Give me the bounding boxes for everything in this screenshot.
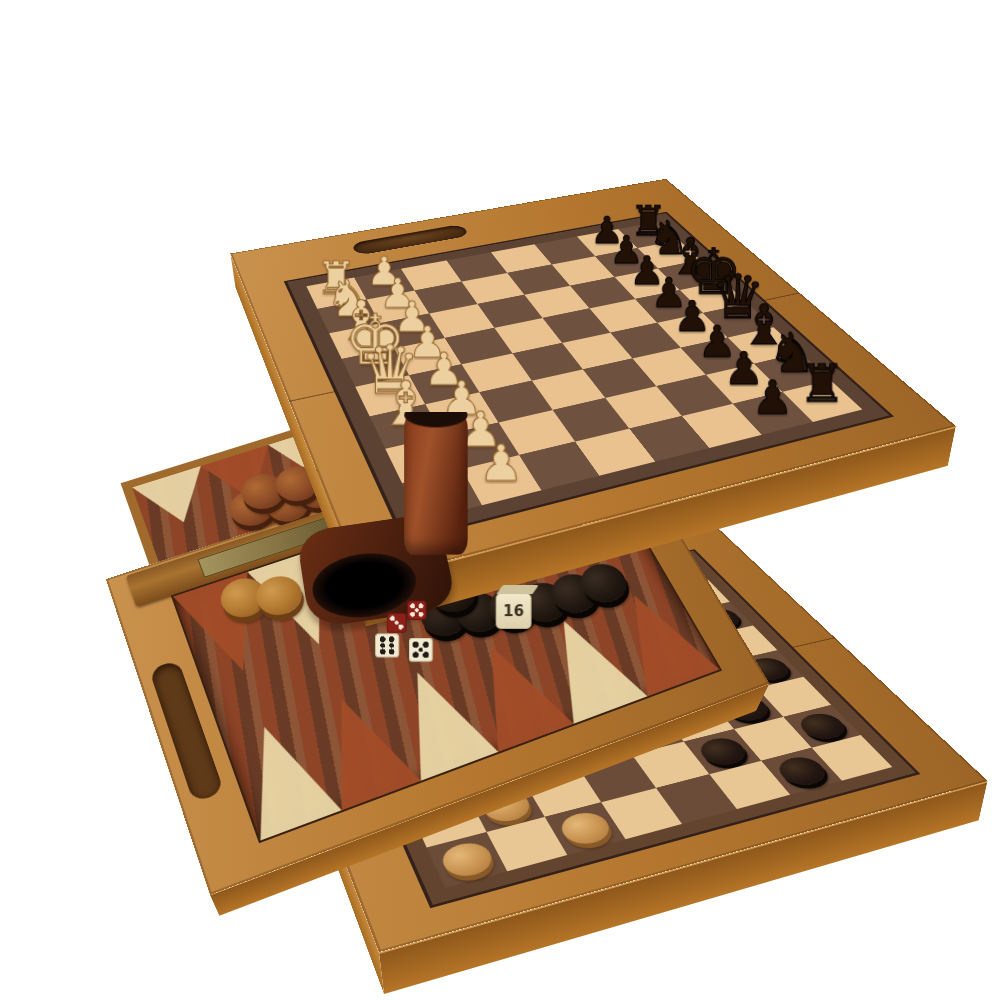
dark-checker-piece — [793, 710, 851, 742]
product-photo-stage: ♜♟♟♜♞♟♟♞♝♟♟♝♚♟♟♚♛♟♟♛♝♟♟♝♞♟♟♞♜♟♟♜ 16 — [0, 0, 1000, 1000]
light-checker-piece — [436, 838, 497, 880]
red-die-5 — [407, 600, 427, 620]
backgammon-point-far-half — [132, 466, 218, 534]
light-checker-piece — [554, 808, 615, 848]
chess-piece-glyph: ♜ — [798, 357, 845, 410]
dice-cup-standing — [404, 412, 468, 555]
dark-checker-piece — [693, 734, 751, 768]
chess-piece-glyph: ♟ — [752, 375, 794, 422]
chess-square — [610, 323, 680, 359]
doubling-cube: 16 — [495, 593, 531, 629]
red-die-3 — [387, 613, 407, 633]
white-die-5 — [408, 638, 432, 662]
white-die-6 — [375, 633, 399, 657]
doubling-cube-value: 16 — [503, 602, 524, 620]
